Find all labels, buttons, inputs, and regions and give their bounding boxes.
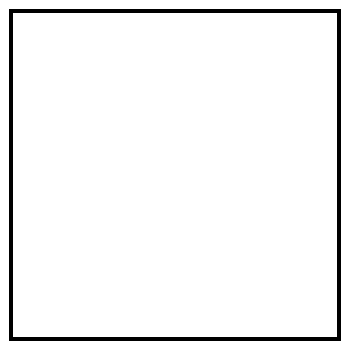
board-frame [9,9,341,341]
chess-board [13,13,337,337]
diagram-canvas [0,0,350,350]
